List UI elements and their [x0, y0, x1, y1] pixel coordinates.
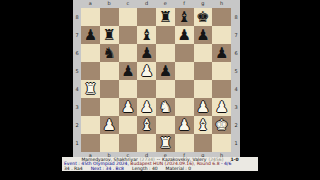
black-pawn-a7: ♟: [84, 28, 97, 43]
square-b4: [100, 80, 119, 98]
square-f8: ♝: [175, 8, 194, 26]
rank-labels-right: 87654321: [232, 8, 240, 152]
square-b8: [100, 8, 119, 26]
white-pawn-d3: ♟: [140, 100, 153, 115]
square-e8: ♜: [156, 8, 175, 26]
square-d2: ♝: [137, 116, 156, 134]
square-f2: ♟: [175, 116, 194, 134]
square-h6: ♟: [212, 44, 231, 62]
black-pawn-e5: ♟: [159, 64, 172, 79]
square-f6: [175, 44, 194, 62]
coord-label-6: 6: [73, 44, 81, 62]
black-pawn-g7: ♟: [196, 28, 209, 43]
coord-label-2: 2: [232, 116, 240, 134]
coord-label-2: 2: [73, 116, 81, 134]
white-knight-e3: ♞: [159, 100, 172, 115]
coord-label-g: g: [194, 0, 213, 8]
square-h7: [212, 26, 231, 44]
coord-label-5: 5: [73, 62, 81, 80]
rank-labels-left: 87654321: [73, 8, 81, 152]
square-c8: [119, 8, 138, 26]
coord-label-4: 4: [73, 80, 81, 98]
white-pawn-c3: ♟: [121, 100, 134, 115]
square-d8: [137, 8, 156, 26]
black-king-g8: ♚: [196, 10, 209, 25]
square-c1: [119, 134, 138, 152]
material-balance: Material : 0: [166, 167, 192, 171]
white-pawn-f2: ♟: [177, 118, 190, 133]
square-f4: [175, 80, 194, 98]
coord-label-e: e: [156, 0, 175, 8]
square-g1: [194, 134, 213, 152]
square-g6: [194, 44, 213, 62]
square-e6: [156, 44, 175, 62]
square-f3: [175, 98, 194, 116]
white-pawn-g3: ♟: [196, 100, 209, 115]
square-c7: [119, 26, 138, 44]
coord-label-5: 5: [232, 62, 240, 80]
coord-label-h: h: [212, 0, 231, 8]
move-info-line: 34 . Ra4 Next : 34 . Bc8 Length : 40 Mat…: [62, 167, 258, 171]
black-rook-e8: ♜: [159, 10, 172, 25]
square-d6: ♟: [137, 44, 156, 62]
black-pawn-h6: ♟: [215, 46, 228, 61]
square-g5: [194, 62, 213, 80]
video-frame: abcdefgh abcdefgh 87654321 87654321 ♜♝♚♟…: [0, 0, 320, 180]
square-d4: [137, 80, 156, 98]
square-f5: [175, 62, 194, 80]
coord-label-1: 1: [73, 134, 81, 152]
square-b2: ♟: [100, 116, 119, 134]
square-b7: ♜: [100, 26, 119, 44]
square-a1: [81, 134, 100, 152]
square-e4: [156, 80, 175, 98]
white-bishop-g2: ♝: [196, 118, 209, 133]
coord-label-8: 8: [73, 8, 81, 26]
coord-label-3: 3: [232, 98, 240, 116]
black-pawn-d6: ♟: [140, 46, 153, 61]
coord-label-4: 4: [232, 80, 240, 98]
coord-label-d: d: [137, 0, 156, 8]
white-king-h2: ♚: [215, 118, 228, 133]
white-pawn-d5: ♟: [140, 64, 153, 79]
square-d7: ♝: [137, 26, 156, 44]
coord-label-a: a: [81, 0, 100, 8]
square-e5: ♟: [156, 62, 175, 80]
square-d5: ♟: [137, 62, 156, 80]
square-h2: ♚: [212, 116, 231, 134]
next-move: Next : 34 . Bc8: [91, 167, 124, 171]
square-g2: ♝: [194, 116, 213, 134]
square-h4: [212, 80, 231, 98]
square-a8: [81, 8, 100, 26]
coord-label-7: 7: [232, 26, 240, 44]
coord-label-8: 8: [232, 8, 240, 26]
coord-label-6: 6: [232, 44, 240, 62]
square-e1: ♜: [156, 134, 175, 152]
white-rook-e1: ♜: [159, 136, 172, 151]
black-pawn-f7: ♟: [177, 28, 190, 43]
square-h8: [212, 8, 231, 26]
square-b1: [100, 134, 119, 152]
square-a6: [81, 44, 100, 62]
square-c5: ♟: [119, 62, 138, 80]
square-b3: [100, 98, 119, 116]
black-rook-b7: ♜: [102, 28, 115, 43]
square-a2: [81, 116, 100, 134]
coord-label-1: 1: [232, 134, 240, 152]
square-a4: ♜: [81, 80, 100, 98]
square-e7: [156, 26, 175, 44]
square-c6: [119, 44, 138, 62]
square-g4: [194, 80, 213, 98]
square-b6: ♞: [100, 44, 119, 62]
square-h1: [212, 134, 231, 152]
square-c2: [119, 116, 138, 134]
square-g7: ♟: [194, 26, 213, 44]
square-d1: [137, 134, 156, 152]
coord-label-7: 7: [73, 26, 81, 44]
square-a3: [81, 98, 100, 116]
board-panel: abcdefgh abcdefgh 87654321 87654321 ♜♝♚♟…: [73, 0, 240, 157]
square-f1: [175, 134, 194, 152]
square-g8: ♚: [194, 8, 213, 26]
last-move: 34 . Ra4: [64, 167, 83, 171]
black-bishop-d7: ♝: [140, 28, 153, 43]
square-e3: ♞: [156, 98, 175, 116]
white-bishop-d2: ♝: [140, 118, 153, 133]
square-h5: [212, 62, 231, 80]
square-c3: ♟: [119, 98, 138, 116]
square-c4: [119, 80, 138, 98]
white-rook-a4: ♜: [84, 82, 97, 97]
black-bishop-f8: ♝: [177, 10, 190, 25]
black-knight-b6: ♞: [102, 46, 115, 61]
square-b5: [100, 62, 119, 80]
coord-label-f: f: [175, 0, 194, 8]
game-length: Length : 40: [132, 167, 158, 171]
square-d3: ♟: [137, 98, 156, 116]
caption-bar: Mamedyarov, Shakhriyar (2734) -- Kazakov…: [62, 157, 258, 171]
square-g3: ♟: [194, 98, 213, 116]
file-labels-top: abcdefgh: [81, 0, 231, 8]
square-e2: [156, 116, 175, 134]
square-f7: ♟: [175, 26, 194, 44]
coord-label-3: 3: [73, 98, 81, 116]
white-pawn-b2: ♟: [102, 118, 115, 133]
white-pawn-h3: ♟: [215, 100, 228, 115]
square-a5: [81, 62, 100, 80]
event-suffix: - 4/6: [220, 161, 232, 166]
game-result: 1-0: [230, 158, 238, 162]
square-h3: ♟: [212, 98, 231, 116]
coord-label-b: b: [100, 0, 119, 8]
coord-label-c: c: [119, 0, 138, 8]
chess-board: ♜♝♚♟♜♝♟♟♞♟♟♟♟♟♜♟♟♞♟♟♟♝♟♝♚♜: [81, 8, 231, 152]
black-pawn-c5: ♟: [121, 64, 134, 79]
square-a7: ♟: [81, 26, 100, 44]
